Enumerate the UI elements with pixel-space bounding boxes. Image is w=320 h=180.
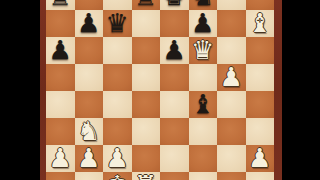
square-d3[interactable] [132,118,161,145]
square-c4[interactable] [103,91,132,118]
square-f4[interactable]: ♝ [189,91,218,118]
square-e5[interactable] [160,64,189,91]
square-h3[interactable] [246,118,275,145]
square-a4[interactable] [46,91,75,118]
square-g8[interactable] [217,0,246,10]
square-g1[interactable] [217,172,246,180]
square-b3[interactable]: ♞ [75,118,104,145]
square-e3[interactable] [160,118,189,145]
square-a6[interactable]: ♟ [46,37,75,64]
square-f7[interactable]: ♟ [189,10,218,37]
piece-black-queen-c7[interactable]: ♛ [103,10,132,37]
piece-white-queen-f6[interactable]: ♛ [189,37,218,64]
piece-black-king-e8[interactable]: ♚ [160,0,189,10]
square-f5[interactable] [189,64,218,91]
square-f2[interactable] [189,145,218,172]
piece-white-pawn-g5[interactable]: ♟ [217,64,246,91]
square-h5[interactable] [246,64,275,91]
square-d5[interactable] [132,64,161,91]
square-a7[interactable] [46,10,75,37]
square-f1[interactable] [189,172,218,180]
square-e1[interactable] [160,172,189,180]
square-c2[interactable]: ♟ [103,145,132,172]
square-b7[interactable]: ♟ [75,10,104,37]
piece-white-pawn-h2[interactable]: ♟ [246,145,275,172]
square-g6[interactable] [217,37,246,64]
square-h1[interactable] [246,172,275,180]
square-a2[interactable]: ♟ [46,145,75,172]
square-e7[interactable] [160,10,189,37]
square-d2[interactable] [132,145,161,172]
square-e2[interactable] [160,145,189,172]
square-d8[interactable]: ♜ [132,0,161,10]
square-g7[interactable] [217,10,246,37]
square-h2[interactable]: ♟ [246,145,275,172]
square-g2[interactable] [217,145,246,172]
piece-white-pawn-a2[interactable]: ♟ [46,145,75,172]
square-d6[interactable] [132,37,161,64]
square-f3[interactable] [189,118,218,145]
square-b1[interactable] [75,172,104,180]
piece-white-bishop-h7[interactable]: ♝ [246,10,275,37]
square-c1[interactable]: ♚ [103,172,132,180]
square-b6[interactable] [75,37,104,64]
square-e6[interactable]: ♟ [160,37,189,64]
chess-board: ♜♜♚♞♟♛♟♝♟♟♛♟♝♞♟♟♟♟♚♜ [46,0,274,180]
square-a3[interactable] [46,118,75,145]
square-c5[interactable] [103,64,132,91]
square-g3[interactable] [217,118,246,145]
square-b2[interactable]: ♟ [75,145,104,172]
square-h4[interactable] [246,91,275,118]
square-g5[interactable]: ♟ [217,64,246,91]
piece-white-knight-b3[interactable]: ♞ [75,118,104,145]
square-b5[interactable] [75,64,104,91]
square-a1[interactable] [46,172,75,180]
piece-black-pawn-a6[interactable]: ♟ [46,37,75,64]
square-h6[interactable] [246,37,275,64]
thumbnail-stage: ♜♜♚♞♟♛♟♝♟♟♛♟♝♞♟♟♟♟♚♜ [0,0,320,180]
square-c7[interactable]: ♛ [103,10,132,37]
piece-black-pawn-f7[interactable]: ♟ [189,10,218,37]
piece-white-king-c1[interactable]: ♚ [103,172,132,180]
piece-white-rook-d1[interactable]: ♜ [132,172,161,180]
piece-black-pawn-b7[interactable]: ♟ [75,10,104,37]
square-f6[interactable]: ♛ [189,37,218,64]
square-a8[interactable]: ♜ [46,0,75,10]
square-d7[interactable] [132,10,161,37]
piece-black-bishop-f4[interactable]: ♝ [189,91,218,118]
piece-white-pawn-b2[interactable]: ♟ [75,145,104,172]
piece-white-pawn-c2[interactable]: ♟ [103,145,132,172]
square-d4[interactable] [132,91,161,118]
piece-black-pawn-e6[interactable]: ♟ [160,37,189,64]
square-b4[interactable] [75,91,104,118]
square-c6[interactable] [103,37,132,64]
piece-black-rook-a8[interactable]: ♜ [46,0,75,10]
square-e8[interactable]: ♚ [160,0,189,10]
square-d1[interactable]: ♜ [132,172,161,180]
square-e4[interactable] [160,91,189,118]
square-g4[interactable] [217,91,246,118]
square-c3[interactable] [103,118,132,145]
square-a5[interactable] [46,64,75,91]
square-h7[interactable]: ♝ [246,10,275,37]
piece-black-rook-d8[interactable]: ♜ [132,0,161,10]
